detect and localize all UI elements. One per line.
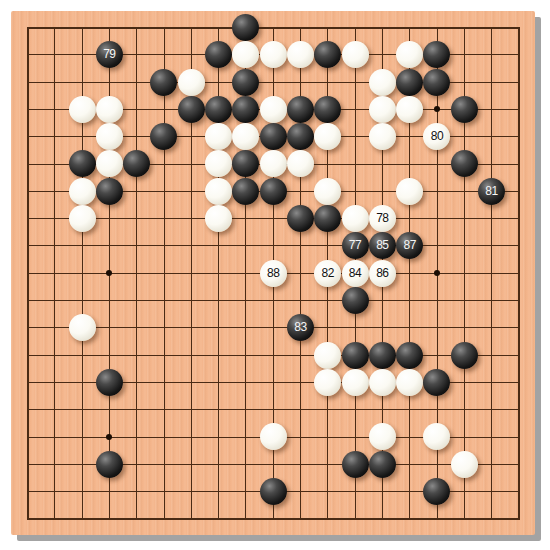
intersection bbox=[68, 369, 95, 396]
intersection bbox=[314, 396, 341, 423]
intersection bbox=[260, 396, 287, 423]
stone-white bbox=[205, 205, 232, 232]
intersection bbox=[287, 341, 314, 368]
stone-black bbox=[287, 123, 314, 150]
stone-black-move-79: 79 bbox=[96, 41, 123, 68]
intersection bbox=[123, 287, 150, 314]
intersection bbox=[205, 287, 232, 314]
stone-white bbox=[260, 150, 287, 177]
intersection bbox=[396, 451, 423, 478]
intersection bbox=[341, 178, 368, 205]
intersection bbox=[123, 150, 150, 177]
stone-white bbox=[314, 123, 341, 150]
intersection: 88 bbox=[260, 260, 287, 287]
intersection bbox=[451, 68, 478, 95]
intersection bbox=[178, 478, 205, 505]
stone-black bbox=[451, 96, 478, 123]
intersection bbox=[314, 505, 341, 532]
intersection bbox=[314, 68, 341, 95]
stone-black bbox=[232, 69, 259, 96]
intersection bbox=[205, 341, 232, 368]
intersection bbox=[123, 178, 150, 205]
stone-white bbox=[369, 369, 396, 396]
intersection bbox=[478, 41, 505, 68]
intersection bbox=[232, 423, 259, 450]
intersection bbox=[451, 205, 478, 232]
intersection bbox=[14, 14, 41, 41]
intersection bbox=[68, 314, 95, 341]
intersection bbox=[396, 150, 423, 177]
intersection bbox=[178, 41, 205, 68]
intersection bbox=[287, 96, 314, 123]
intersection bbox=[260, 178, 287, 205]
intersection bbox=[423, 341, 450, 368]
intersection bbox=[232, 260, 259, 287]
intersection: 83 bbox=[287, 314, 314, 341]
stone-black-move-83: 83 bbox=[287, 314, 314, 341]
stone-black bbox=[96, 178, 123, 205]
intersection bbox=[478, 14, 505, 41]
intersection bbox=[314, 478, 341, 505]
stone-white bbox=[314, 369, 341, 396]
intersection bbox=[41, 123, 68, 150]
intersection: 86 bbox=[369, 260, 396, 287]
stone-black bbox=[314, 205, 341, 232]
intersection bbox=[68, 205, 95, 232]
intersection bbox=[150, 232, 177, 259]
intersection bbox=[178, 68, 205, 95]
intersection bbox=[423, 287, 450, 314]
intersection bbox=[478, 369, 505, 396]
stone-white bbox=[232, 41, 259, 68]
intersection bbox=[96, 232, 123, 259]
intersection bbox=[423, 451, 450, 478]
stone-white bbox=[369, 69, 396, 96]
intersection bbox=[314, 96, 341, 123]
intersection bbox=[287, 41, 314, 68]
intersection bbox=[451, 41, 478, 68]
stone-black bbox=[451, 150, 478, 177]
intersection bbox=[178, 123, 205, 150]
intersection bbox=[14, 68, 41, 95]
stone-white bbox=[314, 342, 341, 369]
intersection bbox=[14, 205, 41, 232]
intersection bbox=[341, 287, 368, 314]
intersection bbox=[260, 41, 287, 68]
intersection bbox=[423, 505, 450, 532]
stone-black bbox=[232, 150, 259, 177]
intersection bbox=[478, 451, 505, 478]
intersection bbox=[68, 341, 95, 368]
stone-white-move-78: 78 bbox=[369, 205, 396, 232]
intersection bbox=[287, 369, 314, 396]
intersection bbox=[341, 396, 368, 423]
intersection bbox=[123, 396, 150, 423]
intersection bbox=[260, 14, 287, 41]
intersection bbox=[396, 178, 423, 205]
intersection bbox=[478, 396, 505, 423]
intersection bbox=[287, 150, 314, 177]
intersection bbox=[369, 68, 396, 95]
intersection bbox=[505, 96, 532, 123]
intersection bbox=[41, 96, 68, 123]
intersection bbox=[178, 178, 205, 205]
intersection bbox=[205, 423, 232, 450]
stone-black-move-87: 87 bbox=[396, 232, 423, 259]
intersection bbox=[68, 150, 95, 177]
intersection: 85 bbox=[369, 232, 396, 259]
intersection bbox=[68, 260, 95, 287]
stone-white-move-82: 82 bbox=[314, 260, 341, 287]
intersection bbox=[396, 396, 423, 423]
intersection bbox=[287, 451, 314, 478]
intersection bbox=[150, 68, 177, 95]
intersection bbox=[96, 396, 123, 423]
intersection bbox=[14, 341, 41, 368]
intersection bbox=[68, 123, 95, 150]
intersection bbox=[150, 178, 177, 205]
intersection bbox=[451, 232, 478, 259]
intersection bbox=[68, 41, 95, 68]
intersection bbox=[423, 232, 450, 259]
stone-black bbox=[423, 69, 450, 96]
intersection bbox=[396, 41, 423, 68]
intersection bbox=[232, 314, 259, 341]
intersection bbox=[68, 68, 95, 95]
intersection bbox=[314, 41, 341, 68]
intersection bbox=[451, 123, 478, 150]
intersection bbox=[260, 505, 287, 532]
intersection bbox=[123, 232, 150, 259]
intersection bbox=[451, 314, 478, 341]
intersection bbox=[41, 14, 68, 41]
intersection bbox=[314, 205, 341, 232]
stone-black bbox=[205, 96, 232, 123]
stone-white bbox=[369, 423, 396, 450]
intersection bbox=[68, 178, 95, 205]
intersection bbox=[232, 41, 259, 68]
intersection bbox=[369, 96, 396, 123]
intersection bbox=[423, 423, 450, 450]
intersection bbox=[451, 96, 478, 123]
intersection bbox=[505, 369, 532, 396]
intersection bbox=[150, 14, 177, 41]
intersection bbox=[232, 96, 259, 123]
intersection bbox=[96, 423, 123, 450]
intersection bbox=[232, 369, 259, 396]
intersection bbox=[205, 396, 232, 423]
stone-white bbox=[178, 69, 205, 96]
intersection bbox=[314, 369, 341, 396]
intersection bbox=[260, 205, 287, 232]
stone-white bbox=[287, 150, 314, 177]
intersection bbox=[369, 505, 396, 532]
intersection bbox=[68, 396, 95, 423]
intersection bbox=[68, 287, 95, 314]
intersection bbox=[205, 260, 232, 287]
intersection: 87 bbox=[396, 232, 423, 259]
stone-black bbox=[205, 41, 232, 68]
stone-white bbox=[205, 178, 232, 205]
intersection bbox=[205, 14, 232, 41]
intersection bbox=[505, 150, 532, 177]
stone-white bbox=[96, 123, 123, 150]
stone-black bbox=[423, 41, 450, 68]
intersection bbox=[96, 505, 123, 532]
stone-white bbox=[369, 123, 396, 150]
intersection bbox=[41, 205, 68, 232]
stone-white bbox=[396, 369, 423, 396]
stone-white bbox=[260, 41, 287, 68]
stone-white bbox=[396, 178, 423, 205]
intersection bbox=[123, 96, 150, 123]
intersection bbox=[123, 451, 150, 478]
stone-white bbox=[396, 41, 423, 68]
intersection bbox=[369, 178, 396, 205]
intersection bbox=[423, 314, 450, 341]
intersection bbox=[314, 423, 341, 450]
intersection bbox=[14, 396, 41, 423]
intersection bbox=[287, 178, 314, 205]
stone-black bbox=[423, 369, 450, 396]
stone-black bbox=[314, 96, 341, 123]
stone-black bbox=[369, 451, 396, 478]
intersection bbox=[41, 396, 68, 423]
intersection bbox=[150, 478, 177, 505]
intersection bbox=[232, 14, 259, 41]
intersection bbox=[14, 287, 41, 314]
intersection bbox=[341, 451, 368, 478]
intersection bbox=[14, 314, 41, 341]
intersection bbox=[369, 150, 396, 177]
intersection bbox=[423, 14, 450, 41]
intersection bbox=[423, 41, 450, 68]
stone-white bbox=[369, 96, 396, 123]
intersection bbox=[205, 505, 232, 532]
intersection bbox=[369, 314, 396, 341]
intersection bbox=[314, 14, 341, 41]
intersection bbox=[478, 505, 505, 532]
board-grid: 798081787785878882848683 bbox=[14, 14, 533, 533]
intersection bbox=[178, 287, 205, 314]
stone-black bbox=[232, 96, 259, 123]
intersection bbox=[314, 178, 341, 205]
intersection bbox=[232, 123, 259, 150]
intersection bbox=[205, 232, 232, 259]
intersection bbox=[150, 287, 177, 314]
intersection bbox=[150, 396, 177, 423]
intersection bbox=[478, 68, 505, 95]
intersection bbox=[369, 451, 396, 478]
intersection bbox=[178, 14, 205, 41]
intersection bbox=[451, 423, 478, 450]
stone-black bbox=[232, 14, 259, 41]
intersection bbox=[451, 341, 478, 368]
intersection bbox=[150, 314, 177, 341]
intersection bbox=[505, 314, 532, 341]
intersection bbox=[451, 478, 478, 505]
intersection bbox=[205, 123, 232, 150]
intersection bbox=[260, 232, 287, 259]
intersection bbox=[287, 287, 314, 314]
intersection bbox=[14, 178, 41, 205]
intersection bbox=[341, 369, 368, 396]
intersection bbox=[96, 123, 123, 150]
intersection bbox=[96, 178, 123, 205]
intersection: 82 bbox=[314, 260, 341, 287]
intersection bbox=[123, 505, 150, 532]
intersection bbox=[260, 478, 287, 505]
intersection bbox=[232, 287, 259, 314]
intersection: 79 bbox=[96, 41, 123, 68]
intersection bbox=[96, 14, 123, 41]
intersection bbox=[68, 423, 95, 450]
stone-black bbox=[342, 342, 369, 369]
stone-black bbox=[260, 123, 287, 150]
intersection bbox=[178, 150, 205, 177]
intersection bbox=[423, 205, 450, 232]
intersection bbox=[150, 505, 177, 532]
intersection bbox=[396, 14, 423, 41]
intersection bbox=[96, 205, 123, 232]
intersection bbox=[14, 478, 41, 505]
stone-black bbox=[396, 69, 423, 96]
intersection bbox=[287, 478, 314, 505]
intersection bbox=[232, 205, 259, 232]
stone-black-move-81: 81 bbox=[478, 178, 505, 205]
stone-black bbox=[150, 123, 177, 150]
intersection bbox=[369, 423, 396, 450]
stone-white bbox=[205, 123, 232, 150]
intersection bbox=[68, 505, 95, 532]
intersection bbox=[314, 232, 341, 259]
intersection bbox=[232, 68, 259, 95]
stone-white bbox=[342, 41, 369, 68]
intersection bbox=[341, 41, 368, 68]
intersection bbox=[451, 505, 478, 532]
intersection bbox=[369, 341, 396, 368]
intersection bbox=[150, 423, 177, 450]
intersection bbox=[451, 178, 478, 205]
intersection bbox=[369, 14, 396, 41]
intersection bbox=[314, 314, 341, 341]
intersection bbox=[505, 232, 532, 259]
stone-black bbox=[314, 41, 341, 68]
intersection bbox=[178, 314, 205, 341]
intersection bbox=[423, 369, 450, 396]
stone-white bbox=[96, 96, 123, 123]
intersection bbox=[96, 260, 123, 287]
intersection bbox=[68, 451, 95, 478]
stone-black bbox=[423, 478, 450, 505]
intersection bbox=[287, 260, 314, 287]
intersection bbox=[451, 260, 478, 287]
intersection bbox=[341, 205, 368, 232]
intersection bbox=[423, 178, 450, 205]
intersection bbox=[505, 178, 532, 205]
intersection bbox=[396, 314, 423, 341]
intersection bbox=[14, 505, 41, 532]
intersection: 78 bbox=[369, 205, 396, 232]
intersection bbox=[150, 123, 177, 150]
intersection bbox=[505, 341, 532, 368]
intersection bbox=[287, 123, 314, 150]
intersection bbox=[178, 396, 205, 423]
stone-white bbox=[69, 178, 96, 205]
intersection bbox=[423, 96, 450, 123]
intersection bbox=[260, 423, 287, 450]
intersection bbox=[205, 96, 232, 123]
intersection bbox=[287, 423, 314, 450]
stone-white bbox=[260, 423, 287, 450]
intersection bbox=[369, 369, 396, 396]
intersection bbox=[41, 341, 68, 368]
stone-white bbox=[260, 96, 287, 123]
intersection bbox=[396, 123, 423, 150]
intersection bbox=[396, 505, 423, 532]
intersection bbox=[123, 341, 150, 368]
intersection bbox=[314, 123, 341, 150]
intersection bbox=[260, 341, 287, 368]
intersection bbox=[505, 505, 532, 532]
intersection bbox=[260, 68, 287, 95]
intersection bbox=[505, 41, 532, 68]
intersection bbox=[478, 260, 505, 287]
intersection bbox=[396, 478, 423, 505]
intersection bbox=[14, 96, 41, 123]
intersection bbox=[478, 150, 505, 177]
intersection bbox=[14, 232, 41, 259]
stone-white-move-80: 80 bbox=[423, 123, 450, 150]
intersection bbox=[232, 150, 259, 177]
stone-black bbox=[287, 205, 314, 232]
stone-white bbox=[396, 96, 423, 123]
intersection bbox=[341, 14, 368, 41]
intersection bbox=[68, 478, 95, 505]
intersection bbox=[41, 505, 68, 532]
intersection bbox=[287, 232, 314, 259]
intersection bbox=[260, 314, 287, 341]
intersection bbox=[478, 205, 505, 232]
intersection bbox=[96, 287, 123, 314]
intersection bbox=[232, 341, 259, 368]
intersection bbox=[478, 96, 505, 123]
intersection bbox=[505, 260, 532, 287]
intersection bbox=[341, 96, 368, 123]
go-board: 798081787785878882848683 bbox=[11, 11, 535, 535]
intersection bbox=[123, 423, 150, 450]
intersection bbox=[150, 205, 177, 232]
intersection bbox=[96, 478, 123, 505]
intersection bbox=[41, 314, 68, 341]
intersection bbox=[314, 150, 341, 177]
intersection bbox=[478, 232, 505, 259]
intersection bbox=[123, 205, 150, 232]
intersection bbox=[232, 178, 259, 205]
stone-black bbox=[232, 178, 259, 205]
intersection bbox=[260, 369, 287, 396]
stone-black bbox=[342, 287, 369, 314]
intersection bbox=[232, 478, 259, 505]
stone-black bbox=[287, 96, 314, 123]
intersection bbox=[369, 123, 396, 150]
stone-white bbox=[69, 205, 96, 232]
stone-white bbox=[342, 369, 369, 396]
stone-white bbox=[342, 205, 369, 232]
intersection bbox=[96, 68, 123, 95]
stone-black bbox=[451, 342, 478, 369]
stone-black bbox=[260, 178, 287, 205]
